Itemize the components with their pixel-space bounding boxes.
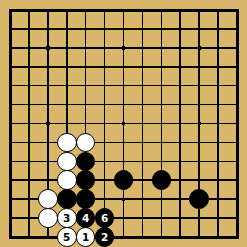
white-stone xyxy=(57,170,77,190)
white-stone-move-1: 1 xyxy=(76,227,96,247)
black-stone-move-6: 6 xyxy=(95,208,115,228)
white-stone xyxy=(57,152,77,172)
white-stone xyxy=(57,133,77,153)
white-stone xyxy=(38,189,58,209)
white-stone-move-3: 3 xyxy=(57,208,77,228)
black-stone-move-2: 2 xyxy=(95,227,115,247)
white-stone xyxy=(38,208,58,228)
go-board-diagram: 123456 xyxy=(0,0,247,247)
black-stone xyxy=(57,189,77,209)
black-stone xyxy=(189,189,209,209)
black-stone xyxy=(152,170,172,190)
white-stone-move-5: 5 xyxy=(57,227,77,247)
